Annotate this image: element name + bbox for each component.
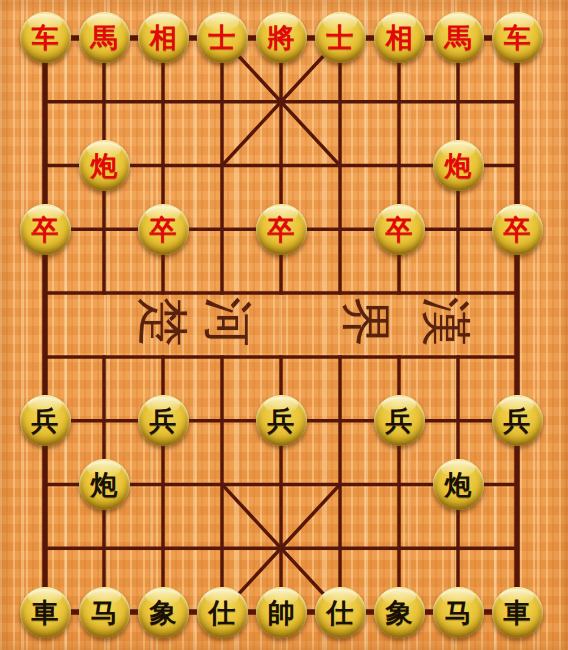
xiangqi-piece-馬-r0c1[interactable]: 馬	[79, 12, 130, 63]
xiangqi-piece-士-r0c3[interactable]: 士	[197, 12, 248, 63]
xiangqi-piece-兵-r6c8[interactable]: 兵	[492, 395, 543, 446]
xiangqi-piece-仕-r9c5[interactable]: 仕	[315, 587, 366, 638]
piece-character: 马	[445, 599, 472, 626]
xiangqi-piece-卒-r3c4[interactable]: 卒	[256, 204, 307, 255]
xiangqi-piece-仕-r9c3[interactable]: 仕	[197, 587, 248, 638]
xiangqi-piece-卒-r3c6[interactable]: 卒	[374, 204, 425, 255]
piece-character: 士	[209, 24, 236, 51]
piece-grid[interactable]: 车馬相士將士相馬车炮炮卒卒卒卒卒兵兵兵兵兵炮炮車马象仕帥仕象马車	[16, 6, 547, 644]
piece-character: 兵	[268, 407, 295, 434]
xiangqi-piece-炮-r2c7[interactable]: 炮	[433, 140, 484, 191]
piece-character: 兵	[386, 407, 413, 434]
xiangqi-piece-象-r9c6[interactable]: 象	[374, 587, 425, 638]
piece-character: 卒	[386, 216, 413, 243]
xiangqi-board-screenshot: 楚 河 界 漢 车馬相士將士相馬车炮炮卒卒卒卒卒兵兵兵兵兵炮炮車马象仕帥仕象马車	[0, 0, 568, 650]
piece-character: 兵	[150, 407, 177, 434]
piece-character: 車	[504, 599, 531, 626]
xiangqi-piece-炮-r7c7[interactable]: 炮	[433, 459, 484, 510]
xiangqi-piece-炮-r2c1[interactable]: 炮	[79, 140, 130, 191]
piece-character: 卒	[268, 216, 295, 243]
xiangqi-piece-马-r9c1[interactable]: 马	[79, 587, 130, 638]
piece-character: 馬	[91, 24, 118, 51]
xiangqi-piece-相-r0c6[interactable]: 相	[374, 12, 425, 63]
xiangqi-piece-卒-r3c8[interactable]: 卒	[492, 204, 543, 255]
piece-character: 车	[504, 24, 531, 51]
piece-character: 將	[268, 24, 295, 51]
xiangqi-piece-兵-r6c0[interactable]: 兵	[20, 395, 71, 446]
xiangqi-piece-车-r0c8[interactable]: 车	[492, 12, 543, 63]
xiangqi-piece-卒-r3c0[interactable]: 卒	[20, 204, 71, 255]
xiangqi-piece-車-r9c8[interactable]: 車	[492, 587, 543, 638]
xiangqi-piece-象-r9c2[interactable]: 象	[138, 587, 189, 638]
piece-character: 兵	[32, 407, 59, 434]
piece-character: 炮	[91, 152, 118, 179]
piece-character: 相	[386, 24, 413, 51]
piece-character: 士	[327, 24, 354, 51]
xiangqi-piece-帥-r9c4[interactable]: 帥	[256, 587, 307, 638]
xiangqi-piece-士-r0c5[interactable]: 士	[315, 12, 366, 63]
piece-character: 馬	[445, 24, 472, 51]
piece-character: 仕	[327, 599, 354, 626]
piece-character: 马	[91, 599, 118, 626]
piece-character: 卒	[504, 216, 531, 243]
piece-character: 炮	[445, 471, 472, 498]
piece-character: 车	[32, 24, 59, 51]
piece-character: 卒	[32, 216, 59, 243]
piece-character: 仕	[209, 599, 236, 626]
piece-character: 卒	[150, 216, 177, 243]
xiangqi-piece-马-r9c7[interactable]: 马	[433, 587, 484, 638]
piece-character: 炮	[91, 471, 118, 498]
xiangqi-piece-馬-r0c7[interactable]: 馬	[433, 12, 484, 63]
piece-character: 象	[150, 599, 177, 626]
xiangqi-piece-車-r9c0[interactable]: 車	[20, 587, 71, 638]
piece-character: 帥	[268, 599, 295, 626]
piece-character: 炮	[445, 152, 472, 179]
xiangqi-piece-將-r0c4[interactable]: 將	[256, 12, 307, 63]
piece-character: 相	[150, 24, 177, 51]
piece-character: 兵	[504, 407, 531, 434]
xiangqi-piece-炮-r7c1[interactable]: 炮	[79, 459, 130, 510]
xiangqi-piece-车-r0c0[interactable]: 车	[20, 12, 71, 63]
xiangqi-piece-兵-r6c4[interactable]: 兵	[256, 395, 307, 446]
piece-character: 象	[386, 599, 413, 626]
xiangqi-piece-兵-r6c6[interactable]: 兵	[374, 395, 425, 446]
xiangqi-piece-相-r0c2[interactable]: 相	[138, 12, 189, 63]
xiangqi-piece-卒-r3c2[interactable]: 卒	[138, 204, 189, 255]
xiangqi-piece-兵-r6c2[interactable]: 兵	[138, 395, 189, 446]
piece-character: 車	[32, 599, 59, 626]
